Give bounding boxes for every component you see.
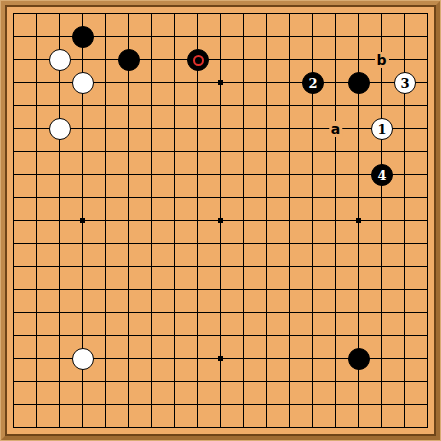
intersection (48, 416, 71, 439)
intersection (186, 2, 209, 25)
intersection (140, 324, 163, 347)
intersection (2, 232, 25, 255)
intersection (186, 324, 209, 347)
stone-C17 (49, 49, 71, 71)
intersection (347, 301, 370, 324)
intersection (71, 324, 94, 347)
intersection (163, 232, 186, 255)
intersection (393, 140, 416, 163)
stone-Q16 (348, 72, 370, 94)
intersection (140, 140, 163, 163)
intersection (255, 393, 278, 416)
intersection (163, 278, 186, 301)
intersection (140, 301, 163, 324)
intersection: 3 (393, 71, 416, 94)
intersection (324, 324, 347, 347)
intersection (255, 2, 278, 25)
intersection (324, 278, 347, 301)
intersection (117, 94, 140, 117)
intersection (347, 370, 370, 393)
stone-D4 (72, 348, 94, 370)
intersection (232, 209, 255, 232)
intersection (232, 278, 255, 301)
intersection (301, 278, 324, 301)
intersection (117, 71, 140, 94)
intersection (48, 186, 71, 209)
intersection (324, 301, 347, 324)
intersection (48, 71, 71, 94)
intersection (347, 117, 370, 140)
intersection (25, 370, 48, 393)
intersection (163, 2, 186, 25)
intersection (2, 48, 25, 71)
intersection (255, 94, 278, 117)
intersection (370, 416, 393, 439)
intersection (347, 71, 370, 94)
intersection (324, 48, 347, 71)
intersection (278, 48, 301, 71)
intersection (347, 416, 370, 439)
intersection (393, 163, 416, 186)
intersection (347, 209, 370, 232)
intersection (370, 186, 393, 209)
intersection (25, 347, 48, 370)
intersection (25, 301, 48, 324)
intersection (393, 370, 416, 393)
stone-C14 (49, 118, 71, 140)
intersection (416, 393, 439, 416)
intersection (393, 2, 416, 25)
intersection (301, 370, 324, 393)
intersection (186, 163, 209, 186)
intersection (393, 209, 416, 232)
intersection (278, 94, 301, 117)
intersection (48, 393, 71, 416)
stone-O16: 2 (302, 72, 324, 94)
intersection (94, 48, 117, 71)
intersection (71, 25, 94, 48)
intersection (232, 416, 255, 439)
intersection (140, 94, 163, 117)
intersection (255, 48, 278, 71)
intersection (255, 370, 278, 393)
intersection (278, 71, 301, 94)
intersection (117, 370, 140, 393)
intersection (163, 140, 186, 163)
intersection (94, 393, 117, 416)
stone-S16: 3 (394, 72, 416, 94)
intersection (278, 301, 301, 324)
intersection: 2 (301, 71, 324, 94)
go-board-grid: b23a14 (2, 2, 439, 439)
intersection (117, 209, 140, 232)
intersection (186, 209, 209, 232)
intersection (232, 71, 255, 94)
intersection (209, 324, 232, 347)
intersection (209, 186, 232, 209)
intersection (416, 2, 439, 25)
star-point (80, 218, 85, 223)
intersection (416, 186, 439, 209)
intersection (278, 278, 301, 301)
intersection (25, 71, 48, 94)
intersection (186, 255, 209, 278)
intersection (347, 324, 370, 347)
star-point (356, 218, 361, 223)
intersection (324, 94, 347, 117)
intersection (232, 324, 255, 347)
intersection (186, 278, 209, 301)
intersection (140, 232, 163, 255)
intersection (48, 25, 71, 48)
intersection (416, 324, 439, 347)
intersection (71, 163, 94, 186)
intersection (278, 186, 301, 209)
intersection (416, 71, 439, 94)
intersection (232, 117, 255, 140)
intersection (416, 255, 439, 278)
intersection (255, 71, 278, 94)
intersection (370, 94, 393, 117)
intersection (209, 232, 232, 255)
intersection (94, 140, 117, 163)
intersection (347, 163, 370, 186)
intersection (393, 25, 416, 48)
intersection (393, 278, 416, 301)
intersection (140, 117, 163, 140)
intersection (94, 301, 117, 324)
intersection (232, 140, 255, 163)
star-point (218, 80, 223, 85)
intersection (48, 255, 71, 278)
intersection (416, 140, 439, 163)
intersection (416, 94, 439, 117)
intersection (347, 25, 370, 48)
intersection (163, 255, 186, 278)
intersection (255, 140, 278, 163)
intersection (232, 186, 255, 209)
intersection (186, 232, 209, 255)
intersection (71, 232, 94, 255)
intersection (347, 232, 370, 255)
intersection (71, 301, 94, 324)
intersection (117, 117, 140, 140)
intersection (370, 393, 393, 416)
intersection (163, 324, 186, 347)
intersection (186, 347, 209, 370)
intersection (232, 255, 255, 278)
intersection (209, 347, 232, 370)
intersection (278, 416, 301, 439)
intersection (186, 140, 209, 163)
go-board-diagram: b23a14 (0, 0, 441, 441)
intersection (2, 370, 25, 393)
intersection (301, 2, 324, 25)
intersection (209, 117, 232, 140)
intersection (278, 232, 301, 255)
intersection (393, 324, 416, 347)
intersection (117, 2, 140, 25)
intersection (324, 209, 347, 232)
intersection (25, 255, 48, 278)
intersection (232, 25, 255, 48)
intersection (324, 255, 347, 278)
intersection (163, 209, 186, 232)
intersection (2, 94, 25, 117)
intersection (278, 25, 301, 48)
intersection (94, 71, 117, 94)
intersection (255, 416, 278, 439)
intersection (347, 255, 370, 278)
intersection (186, 186, 209, 209)
intersection (416, 209, 439, 232)
intersection (278, 393, 301, 416)
intersection (278, 347, 301, 370)
intersection: 4 (370, 163, 393, 186)
intersection (71, 2, 94, 25)
intersection (370, 347, 393, 370)
intersection (2, 163, 25, 186)
intersection (117, 186, 140, 209)
intersection (416, 163, 439, 186)
intersection (278, 2, 301, 25)
intersection (140, 347, 163, 370)
intersection (2, 393, 25, 416)
intersection (48, 324, 71, 347)
intersection (209, 94, 232, 117)
intersection (370, 140, 393, 163)
intersection (209, 25, 232, 48)
intersection (140, 209, 163, 232)
intersection (393, 186, 416, 209)
intersection (278, 370, 301, 393)
intersection (255, 117, 278, 140)
intersection (71, 117, 94, 140)
intersection: a (324, 117, 347, 140)
circle-mark-icon (193, 55, 204, 66)
intersection (117, 347, 140, 370)
intersection (393, 94, 416, 117)
intersection (71, 94, 94, 117)
intersection (301, 163, 324, 186)
intersection (117, 416, 140, 439)
intersection (163, 117, 186, 140)
intersection (232, 94, 255, 117)
intersection (209, 393, 232, 416)
intersection (370, 255, 393, 278)
intersection (48, 2, 71, 25)
intersection (2, 416, 25, 439)
intersection (301, 94, 324, 117)
intersection (2, 324, 25, 347)
intersection (324, 140, 347, 163)
intersection (71, 347, 94, 370)
intersection (25, 163, 48, 186)
intersection (393, 416, 416, 439)
intersection (163, 48, 186, 71)
intersection (25, 209, 48, 232)
intersection (48, 94, 71, 117)
intersection (117, 324, 140, 347)
intersection (48, 232, 71, 255)
intersection (209, 163, 232, 186)
intersection (25, 393, 48, 416)
intersection (301, 347, 324, 370)
intersection (301, 393, 324, 416)
intersection (117, 140, 140, 163)
intersection (94, 186, 117, 209)
stone-F17 (118, 49, 140, 71)
intersection (232, 232, 255, 255)
intersection (393, 232, 416, 255)
intersection (71, 393, 94, 416)
intersection (278, 324, 301, 347)
intersection (140, 393, 163, 416)
intersection (140, 2, 163, 25)
intersection (140, 370, 163, 393)
intersection (163, 370, 186, 393)
intersection (163, 94, 186, 117)
intersection (416, 117, 439, 140)
intersection (278, 209, 301, 232)
intersection (347, 278, 370, 301)
intersection (117, 232, 140, 255)
star-point (218, 218, 223, 223)
intersection (324, 347, 347, 370)
intersection (48, 370, 71, 393)
intersection (370, 209, 393, 232)
intersection (370, 278, 393, 301)
intersection (48, 163, 71, 186)
point-label-a: a (329, 121, 342, 137)
intersection (2, 255, 25, 278)
intersection (25, 25, 48, 48)
intersection (301, 186, 324, 209)
intersection (301, 324, 324, 347)
intersection (48, 278, 71, 301)
intersection (71, 209, 94, 232)
intersection (25, 416, 48, 439)
intersection: 1 (370, 117, 393, 140)
intersection (232, 163, 255, 186)
intersection (370, 71, 393, 94)
intersection (301, 416, 324, 439)
intersection (278, 140, 301, 163)
intersection (370, 25, 393, 48)
intersection (140, 71, 163, 94)
intersection (393, 301, 416, 324)
intersection (278, 255, 301, 278)
intersection (163, 71, 186, 94)
intersection (255, 324, 278, 347)
intersection (25, 94, 48, 117)
intersection (186, 117, 209, 140)
intersection (163, 301, 186, 324)
intersection (370, 370, 393, 393)
intersection (347, 393, 370, 416)
intersection (232, 347, 255, 370)
intersection (48, 301, 71, 324)
intersection (186, 25, 209, 48)
intersection (25, 2, 48, 25)
intersection (393, 393, 416, 416)
intersection (416, 301, 439, 324)
intersection (255, 25, 278, 48)
intersection (94, 94, 117, 117)
intersection (117, 278, 140, 301)
intersection (209, 255, 232, 278)
intersection (2, 140, 25, 163)
intersection (25, 278, 48, 301)
intersection (370, 2, 393, 25)
intersection (393, 347, 416, 370)
intersection (71, 48, 94, 71)
intersection (94, 255, 117, 278)
intersection (2, 71, 25, 94)
intersection (301, 117, 324, 140)
intersection (163, 163, 186, 186)
intersection (71, 370, 94, 393)
intersection (117, 393, 140, 416)
intersection (278, 117, 301, 140)
intersection (416, 370, 439, 393)
intersection (140, 416, 163, 439)
intersection (393, 255, 416, 278)
intersection (140, 278, 163, 301)
intersection (25, 186, 48, 209)
intersection (347, 94, 370, 117)
intersection (209, 278, 232, 301)
intersection (301, 25, 324, 48)
intersection (94, 416, 117, 439)
intersection (416, 48, 439, 71)
intersection (209, 370, 232, 393)
intersection (2, 301, 25, 324)
intersection (370, 324, 393, 347)
intersection (94, 324, 117, 347)
intersection (255, 255, 278, 278)
intersection (163, 416, 186, 439)
intersection (186, 393, 209, 416)
intersection (94, 370, 117, 393)
intersection (324, 25, 347, 48)
intersection (324, 71, 347, 94)
intersection (324, 370, 347, 393)
intersection (370, 301, 393, 324)
intersection (232, 393, 255, 416)
intersection (232, 2, 255, 25)
intersection (140, 186, 163, 209)
intersection (94, 278, 117, 301)
intersection (71, 416, 94, 439)
intersection (416, 25, 439, 48)
intersection (94, 209, 117, 232)
stone-D16 (72, 72, 94, 94)
intersection (163, 393, 186, 416)
intersection (140, 163, 163, 186)
intersection (209, 2, 232, 25)
intersection (324, 393, 347, 416)
intersection (209, 416, 232, 439)
intersection (416, 232, 439, 255)
intersection (209, 48, 232, 71)
intersection (94, 117, 117, 140)
point-label-b: b (374, 52, 388, 68)
intersection (209, 209, 232, 232)
intersection (209, 301, 232, 324)
intersection (278, 163, 301, 186)
intersection (324, 232, 347, 255)
